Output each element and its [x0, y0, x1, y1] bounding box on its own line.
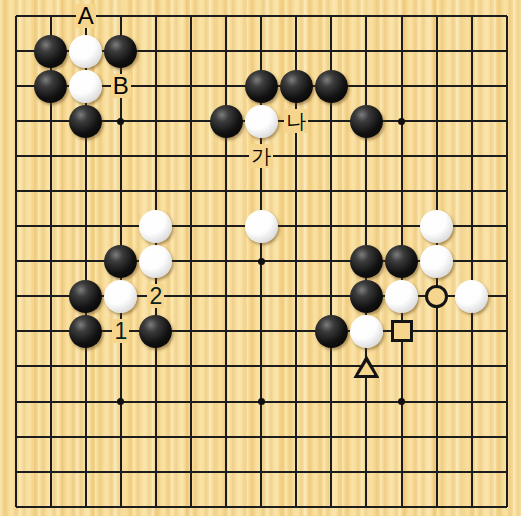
intersection-c14-r6[interactable] — [454, 174, 489, 209]
intersection-c4-r5[interactable] — [103, 139, 138, 174]
intersection-c11-r4[interactable] — [349, 104, 384, 139]
star-point — [398, 398, 405, 405]
intersection-c1-r4[interactable] — [0, 104, 33, 139]
black-stone — [69, 315, 102, 348]
intersection-c7-r6[interactable] — [209, 174, 244, 209]
intersection-c3-r9[interactable] — [68, 279, 103, 314]
intersection-c8-r5[interactable]: 가 — [244, 139, 279, 174]
intersection-c11-r6[interactable] — [349, 174, 384, 209]
black-stone — [104, 35, 137, 68]
intersection-c12-r9[interactable] — [384, 279, 419, 314]
intersection-c14-r5[interactable] — [454, 139, 489, 174]
intersection-c1-r8[interactable] — [0, 244, 33, 279]
intersection-c15-r4[interactable] — [489, 104, 521, 139]
intersection-c14-r7[interactable] — [454, 209, 489, 244]
white-stone — [139, 245, 172, 278]
black-stone — [350, 245, 383, 278]
white-stone — [139, 210, 172, 243]
intersection-c8-r14[interactable] — [244, 454, 279, 489]
black-stone — [210, 105, 243, 138]
intersection-c9-r6[interactable] — [279, 174, 314, 209]
star-point — [258, 398, 265, 405]
intersection-c6-r14[interactable] — [173, 454, 208, 489]
intersection-c15-r13[interactable] — [489, 419, 521, 454]
intersection-c3-r2[interactable] — [68, 34, 103, 69]
intersection-c5-r4[interactable] — [138, 104, 173, 139]
intersection-c14-r1[interactable] — [454, 0, 489, 34]
intersection-c11-r1[interactable] — [349, 0, 384, 34]
intersection-c13-r7[interactable] — [419, 209, 454, 244]
intersection-c10-r5[interactable] — [314, 139, 349, 174]
intersection-c14-r8[interactable] — [454, 244, 489, 279]
intersection-c4-r14[interactable] — [103, 454, 138, 489]
intersection-c2-r12[interactable] — [33, 384, 68, 419]
black-stone — [315, 315, 348, 348]
intersection-c1-r11[interactable] — [0, 349, 33, 384]
intersection-c15-r2[interactable] — [489, 34, 521, 69]
intersection-c4-r12[interactable] — [103, 384, 138, 419]
intersection-c2-r11[interactable] — [33, 349, 68, 384]
intersection-c15-r3[interactable] — [489, 69, 521, 104]
intersection-c14-r3[interactable] — [454, 69, 489, 104]
intersection-c11-r10[interactable] — [349, 314, 384, 349]
intersection-c15-r11[interactable] — [489, 349, 521, 384]
square-marker — [391, 320, 413, 342]
intersection-c11-r12[interactable] — [349, 384, 384, 419]
black-stone — [139, 315, 172, 348]
board-grid: AB나가21 — [0, 0, 521, 516]
intersection-c6-r15[interactable] — [173, 489, 208, 516]
intersection-c11-r5[interactable] — [349, 139, 384, 174]
intersection-c8-r11[interactable] — [244, 349, 279, 384]
intersection-c10-r6[interactable] — [314, 174, 349, 209]
intersection-c7-r15[interactable] — [209, 489, 244, 516]
intersection-c15-r1[interactable] — [489, 0, 521, 34]
intersection-c14-r12[interactable] — [454, 384, 489, 419]
intersection-c10-r14[interactable] — [314, 454, 349, 489]
black-stone — [385, 245, 418, 278]
intersection-c11-r8[interactable] — [349, 244, 384, 279]
intersection-c14-r4[interactable] — [454, 104, 489, 139]
intersection-c12-r13[interactable] — [384, 419, 419, 454]
intersection-c4-r2[interactable] — [103, 34, 138, 69]
intersection-c10-r1[interactable] — [314, 0, 349, 34]
intersection-c10-r4[interactable] — [314, 104, 349, 139]
white-stone — [69, 35, 102, 68]
intersection-c9-r3[interactable] — [279, 69, 314, 104]
intersection-c7-r7[interactable] — [209, 209, 244, 244]
intersection-c9-r2[interactable] — [279, 34, 314, 69]
intersection-c15-r7[interactable] — [489, 209, 521, 244]
intersection-c1-r10[interactable] — [0, 314, 33, 349]
intersection-c11-r15[interactable] — [349, 489, 384, 516]
intersection-c3-r15[interactable] — [68, 489, 103, 516]
white-stone — [104, 280, 137, 313]
label-나: 나 — [284, 109, 308, 133]
intersection-c7-r2[interactable] — [209, 34, 244, 69]
intersection-c14-r15[interactable] — [454, 489, 489, 516]
go-board: AB나가21 — [0, 0, 521, 516]
intersection-c2-r1[interactable] — [33, 0, 68, 34]
intersection-c13-r10[interactable] — [419, 314, 454, 349]
intersection-c12-r10[interactable] — [384, 314, 419, 349]
intersection-c2-r5[interactable] — [33, 139, 68, 174]
intersection-c12-r12[interactable] — [384, 384, 419, 419]
intersection-c1-r1[interactable] — [0, 0, 33, 34]
intersection-c10-r7[interactable] — [314, 209, 349, 244]
intersection-c9-r13[interactable] — [279, 419, 314, 454]
intersection-c3-r6[interactable] — [68, 174, 103, 209]
intersection-c4-r13[interactable] — [103, 419, 138, 454]
intersection-c15-r9[interactable] — [489, 279, 521, 314]
white-stone — [385, 280, 418, 313]
intersection-c2-r9[interactable] — [33, 279, 68, 314]
intersection-c5-r8[interactable] — [138, 244, 173, 279]
intersection-c6-r11[interactable] — [173, 349, 208, 384]
intersection-c14-r14[interactable] — [454, 454, 489, 489]
intersection-c5-r7[interactable] — [138, 209, 173, 244]
intersection-c12-r1[interactable] — [384, 0, 419, 34]
intersection-c11-r9[interactable] — [349, 279, 384, 314]
intersection-c11-r7[interactable] — [349, 209, 384, 244]
intersection-c9-r7[interactable] — [279, 209, 314, 244]
intersection-c6-r9[interactable] — [173, 279, 208, 314]
intersection-c4-r1[interactable] — [103, 0, 138, 34]
star-point — [398, 118, 405, 125]
intersection-c13-r13[interactable] — [419, 419, 454, 454]
intersection-c5-r11[interactable] — [138, 349, 173, 384]
intersection-c4-r6[interactable] — [103, 174, 138, 209]
intersection-c7-r3[interactable] — [209, 69, 244, 104]
intersection-c7-r4[interactable] — [209, 104, 244, 139]
intersection-c13-r6[interactable] — [419, 174, 454, 209]
intersection-c1-r13[interactable] — [0, 419, 33, 454]
intersection-c9-r5[interactable] — [279, 139, 314, 174]
intersection-c8-r9[interactable] — [244, 279, 279, 314]
intersection-c4-r8[interactable] — [103, 244, 138, 279]
intersection-c13-r5[interactable] — [419, 139, 454, 174]
intersection-c5-r6[interactable] — [138, 174, 173, 209]
triangle-marker — [353, 355, 379, 378]
intersection-c4-r15[interactable] — [103, 489, 138, 516]
intersection-c3-r1[interactable]: A — [68, 0, 103, 34]
intersection-c6-r2[interactable] — [173, 34, 208, 69]
intersection-c12-r8[interactable] — [384, 244, 419, 279]
intersection-c1-r6[interactable] — [0, 174, 33, 209]
intersection-c11-r13[interactable] — [349, 419, 384, 454]
intersection-c8-r6[interactable] — [244, 174, 279, 209]
star-point — [117, 398, 124, 405]
intersection-c8-r3[interactable] — [244, 69, 279, 104]
black-stone — [280, 70, 313, 103]
white-stone — [350, 315, 383, 348]
intersection-c9-r10[interactable] — [279, 314, 314, 349]
intersection-c14-r11[interactable] — [454, 349, 489, 384]
intersection-c14-r2[interactable] — [454, 34, 489, 69]
intersection-c4-r4[interactable] — [103, 104, 138, 139]
intersection-c1-r14[interactable] — [0, 454, 33, 489]
intersection-c4-r10[interactable]: 1 — [103, 314, 138, 349]
intersection-c2-r10[interactable] — [33, 314, 68, 349]
intersection-c7-r11[interactable] — [209, 349, 244, 384]
intersection-c14-r13[interactable] — [454, 419, 489, 454]
intersection-c5-r2[interactable] — [138, 34, 173, 69]
intersection-c9-r14[interactable] — [279, 454, 314, 489]
intersection-c13-r12[interactable] — [419, 384, 454, 419]
intersection-c9-r11[interactable] — [279, 349, 314, 384]
intersection-c1-r3[interactable] — [0, 69, 33, 104]
intersection-c8-r13[interactable] — [244, 419, 279, 454]
intersection-c15-r5[interactable] — [489, 139, 521, 174]
intersection-c2-r2[interactable] — [33, 34, 68, 69]
intersection-c5-r14[interactable] — [138, 454, 173, 489]
intersection-c1-r7[interactable] — [0, 209, 33, 244]
intersection-c13-r1[interactable] — [419, 0, 454, 34]
intersection-c5-r3[interactable] — [138, 69, 173, 104]
intersection-c5-r9[interactable]: 2 — [138, 279, 173, 314]
intersection-c12-r11[interactable] — [384, 349, 419, 384]
intersection-c3-r3[interactable] — [68, 69, 103, 104]
intersection-c2-r6[interactable] — [33, 174, 68, 209]
white-stone — [420, 210, 453, 243]
label-2: 2 — [147, 284, 164, 308]
intersection-c8-r2[interactable] — [244, 34, 279, 69]
white-stone — [69, 70, 102, 103]
intersection-c9-r12[interactable] — [279, 384, 314, 419]
intersection-c8-r15[interactable] — [244, 489, 279, 516]
intersection-c15-r12[interactable] — [489, 384, 521, 419]
intersection-c4-r7[interactable] — [103, 209, 138, 244]
intersection-c11-r2[interactable] — [349, 34, 384, 69]
intersection-c4-r3[interactable]: B — [103, 69, 138, 104]
intersection-c10-r10[interactable] — [314, 314, 349, 349]
intersection-c9-r15[interactable] — [279, 489, 314, 516]
intersection-c1-r9[interactable] — [0, 279, 33, 314]
intersection-c12-r7[interactable] — [384, 209, 419, 244]
black-stone — [104, 245, 137, 278]
intersection-c15-r10[interactable] — [489, 314, 521, 349]
intersection-c12-r4[interactable] — [384, 104, 419, 139]
intersection-c4-r9[interactable] — [103, 279, 138, 314]
intersection-c10-r3[interactable] — [314, 69, 349, 104]
intersection-c9-r1[interactable] — [279, 0, 314, 34]
intersection-c3-r5[interactable] — [68, 139, 103, 174]
intersection-c7-r14[interactable] — [209, 454, 244, 489]
intersection-c6-r8[interactable] — [173, 244, 208, 279]
intersection-c9-r9[interactable] — [279, 279, 314, 314]
intersection-c11-r11[interactable] — [349, 349, 384, 384]
intersection-c5-r10[interactable] — [138, 314, 173, 349]
intersection-c12-r3[interactable] — [384, 69, 419, 104]
intersection-c6-r4[interactable] — [173, 104, 208, 139]
intersection-c12-r5[interactable] — [384, 139, 419, 174]
intersection-c3-r12[interactable] — [68, 384, 103, 419]
black-stone — [69, 105, 102, 138]
intersection-c6-r10[interactable] — [173, 314, 208, 349]
intersection-c6-r3[interactable] — [173, 69, 208, 104]
intersection-c2-r3[interactable] — [33, 69, 68, 104]
white-stone — [245, 105, 278, 138]
intersection-c8-r1[interactable] — [244, 0, 279, 34]
intersection-c5-r13[interactable] — [138, 419, 173, 454]
intersection-c7-r5[interactable] — [209, 139, 244, 174]
intersection-c11-r3[interactable] — [349, 69, 384, 104]
intersection-c7-r10[interactable] — [209, 314, 244, 349]
intersection-c7-r8[interactable] — [209, 244, 244, 279]
intersection-c6-r12[interactable] — [173, 384, 208, 419]
intersection-c3-r11[interactable] — [68, 349, 103, 384]
star-point — [258, 258, 265, 265]
screenshot: AB나가21 — [0, 0, 521, 516]
intersection-c9-r8[interactable] — [279, 244, 314, 279]
star-point — [117, 118, 124, 125]
intersection-c13-r4[interactable] — [419, 104, 454, 139]
intersection-c2-r15[interactable] — [33, 489, 68, 516]
black-stone — [350, 105, 383, 138]
intersection-c8-r4[interactable] — [244, 104, 279, 139]
white-stone — [245, 210, 278, 243]
intersection-c2-r14[interactable] — [33, 454, 68, 489]
intersection-c13-r8[interactable] — [419, 244, 454, 279]
black-stone — [69, 280, 102, 313]
intersection-c10-r2[interactable] — [314, 34, 349, 69]
intersection-c13-r9[interactable] — [419, 279, 454, 314]
intersection-c7-r1[interactable] — [209, 0, 244, 34]
black-stone — [34, 35, 67, 68]
intersection-c14-r10[interactable] — [454, 314, 489, 349]
intersection-c1-r5[interactable] — [0, 139, 33, 174]
intersection-c15-r6[interactable] — [489, 174, 521, 209]
intersection-c12-r14[interactable] — [384, 454, 419, 489]
intersection-c8-r12[interactable] — [244, 384, 279, 419]
intersection-c10-r13[interactable] — [314, 419, 349, 454]
intersection-c6-r5[interactable] — [173, 139, 208, 174]
intersection-c14-r9[interactable] — [454, 279, 489, 314]
intersection-c7-r9[interactable] — [209, 279, 244, 314]
intersection-c3-r4[interactable] — [68, 104, 103, 139]
white-stone — [420, 245, 453, 278]
intersection-c7-r13[interactable] — [209, 419, 244, 454]
intersection-c13-r15[interactable] — [419, 489, 454, 516]
intersection-c10-r15[interactable] — [314, 489, 349, 516]
intersection-c5-r5[interactable] — [138, 139, 173, 174]
white-stone — [455, 280, 488, 313]
intersection-c5-r1[interactable] — [138, 0, 173, 34]
intersection-c12-r2[interactable] — [384, 34, 419, 69]
intersection-c4-r11[interactable] — [103, 349, 138, 384]
intersection-c13-r2[interactable] — [419, 34, 454, 69]
label-B: B — [111, 74, 131, 98]
intersection-c2-r7[interactable] — [33, 209, 68, 244]
intersection-c6-r6[interactable] — [173, 174, 208, 209]
intersection-c8-r10[interactable] — [244, 314, 279, 349]
intersection-c15-r8[interactable] — [489, 244, 521, 279]
intersection-c10-r12[interactable] — [314, 384, 349, 419]
intersection-c10-r9[interactable] — [314, 279, 349, 314]
intersection-c3-r10[interactable] — [68, 314, 103, 349]
circle-marker — [425, 285, 448, 308]
black-stone — [34, 70, 67, 103]
intersection-c3-r8[interactable] — [68, 244, 103, 279]
intersection-c5-r12[interactable] — [138, 384, 173, 419]
intersection-c15-r14[interactable] — [489, 454, 521, 489]
intersection-c12-r6[interactable] — [384, 174, 419, 209]
intersection-c7-r12[interactable] — [209, 384, 244, 419]
label-A: A — [76, 4, 96, 28]
intersection-c2-r13[interactable] — [33, 419, 68, 454]
intersection-c1-r12[interactable] — [0, 384, 33, 419]
intersection-c9-r4[interactable]: 나 — [279, 104, 314, 139]
intersection-c5-r15[interactable] — [138, 489, 173, 516]
black-stone — [315, 70, 348, 103]
intersection-c10-r8[interactable] — [314, 244, 349, 279]
black-stone — [350, 280, 383, 313]
intersection-c13-r11[interactable] — [419, 349, 454, 384]
intersection-c1-r2[interactable] — [0, 34, 33, 69]
intersection-c8-r8[interactable] — [244, 244, 279, 279]
intersection-c3-r13[interactable] — [68, 419, 103, 454]
intersection-c3-r7[interactable] — [68, 209, 103, 244]
intersection-c13-r14[interactable] — [419, 454, 454, 489]
intersection-c6-r7[interactable] — [173, 209, 208, 244]
intersection-c13-r3[interactable] — [419, 69, 454, 104]
intersection-c15-r15[interactable] — [489, 489, 521, 516]
intersection-c10-r11[interactable] — [314, 349, 349, 384]
intersection-c1-r15[interactable] — [0, 489, 33, 516]
intersection-c2-r8[interactable] — [33, 244, 68, 279]
label-1: 1 — [112, 319, 129, 343]
intersection-c12-r15[interactable] — [384, 489, 419, 516]
intersection-c3-r14[interactable] — [68, 454, 103, 489]
intersection-c8-r7[interactable] — [244, 209, 279, 244]
intersection-c6-r13[interactable] — [173, 419, 208, 454]
label-가: 가 — [249, 144, 273, 168]
intersection-c11-r14[interactable] — [349, 454, 384, 489]
black-stone — [245, 70, 278, 103]
intersection-c6-r1[interactable] — [173, 0, 208, 34]
intersection-c2-r4[interactable] — [33, 104, 68, 139]
